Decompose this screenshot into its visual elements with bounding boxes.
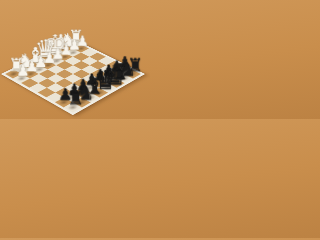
square-a8[interactable]: ♜ <box>64 102 82 112</box>
piece-black-rook[interactable]: ♜ <box>67 89 80 108</box>
piece-white-pawn[interactable]: ♟ <box>16 64 28 79</box>
table-surface: ♜♞♝♛♚♝♞♜♟♟♟♟♟♟♟♟♟♟♟♟♟♟♟♟♜♞♝♛♚♝♞♜ <box>0 0 150 119</box>
chess-board: ♜♞♝♛♚♝♞♜♟♟♟♟♟♟♟♟♟♟♟♟♟♟♟♟♜♞♝♛♚♝♞♜ <box>1 39 145 115</box>
